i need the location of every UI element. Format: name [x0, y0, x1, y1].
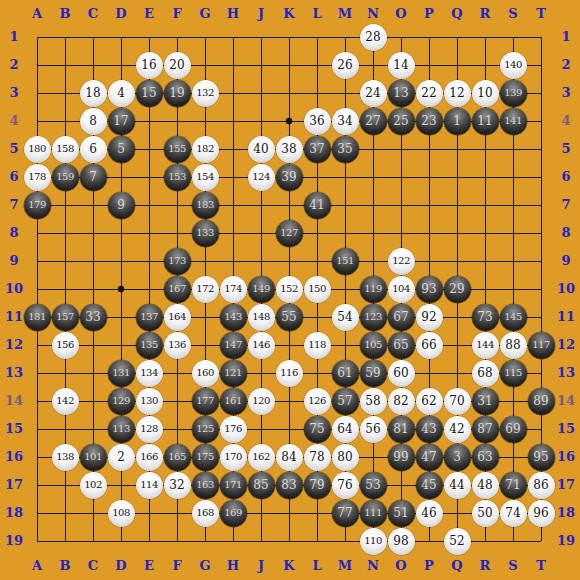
- stone-N13-black-59[interactable]: 59: [360, 360, 387, 387]
- stone-H11-black-143[interactable]: 143: [220, 304, 247, 331]
- row-label-right-1: 1: [555, 29, 577, 45]
- row-label-left-2: 2: [3, 57, 25, 73]
- stone-O11-black-67[interactable]: 67: [388, 304, 415, 331]
- stone-A6-white-178[interactable]: 178: [24, 164, 51, 191]
- stone-T12-black-117[interactable]: 117: [528, 332, 555, 359]
- stone-S4-black-141[interactable]: 141: [500, 108, 527, 135]
- stone-L7-black-41[interactable]: 41: [304, 192, 331, 219]
- stone-D5-black-5[interactable]: 5: [108, 136, 135, 163]
- stone-R14-black-31[interactable]: 31: [472, 388, 499, 415]
- stone-T14-black-89[interactable]: 89: [528, 388, 555, 415]
- row-label-right-6: 6: [555, 169, 577, 185]
- stone-D3-white-4[interactable]: 4: [108, 80, 135, 107]
- stone-K16-white-84[interactable]: 84: [276, 444, 303, 471]
- stone-B5-white-158[interactable]: 158: [52, 136, 79, 163]
- stone-F10-black-167[interactable]: 167: [164, 276, 191, 303]
- stone-P15-black-43[interactable]: 43: [416, 416, 443, 443]
- row-label-right-10: 10: [555, 281, 577, 297]
- stone-S13-black-115[interactable]: 115: [500, 360, 527, 387]
- stone-O13-white-60[interactable]: 60: [388, 360, 415, 387]
- stone-C3-white-18[interactable]: 18: [80, 80, 107, 107]
- stone-O14-white-82[interactable]: 82: [388, 388, 415, 415]
- col-label-top-E: E: [138, 6, 160, 22]
- stone-K17-black-83[interactable]: 83: [276, 472, 303, 499]
- stone-B6-black-159[interactable]: 159: [52, 164, 79, 191]
- stone-H10-white-174[interactable]: 174: [220, 276, 247, 303]
- row-label-right-4: 4: [555, 113, 577, 129]
- stone-L5-black-37[interactable]: 37: [304, 136, 331, 163]
- stone-L16-white-78[interactable]: 78: [304, 444, 331, 471]
- stone-J14-white-120[interactable]: 120: [248, 388, 275, 415]
- stone-M13-black-61[interactable]: 61: [332, 360, 359, 387]
- col-label-top-Q: Q: [446, 6, 468, 22]
- col-label-bottom-O: O: [390, 558, 412, 574]
- stone-R15-black-87[interactable]: 87: [472, 416, 499, 443]
- stone-S2-white-140[interactable]: 140: [500, 52, 527, 79]
- stone-N1-white-28[interactable]: 28: [360, 24, 387, 51]
- row-label-left-9: 9: [3, 253, 25, 269]
- stone-L14-white-126[interactable]: 126: [304, 388, 331, 415]
- stone-R12-white-144[interactable]: 144: [472, 332, 499, 359]
- stone-R16-black-63[interactable]: 63: [472, 444, 499, 471]
- stone-S11-black-145[interactable]: 145: [500, 304, 527, 331]
- stone-B16-white-138[interactable]: 138: [52, 444, 79, 471]
- stone-D15-black-113[interactable]: 113: [108, 416, 135, 443]
- row-label-right-3: 3: [555, 85, 577, 101]
- stone-N14-white-58[interactable]: 58: [360, 388, 387, 415]
- stone-D16-white-2[interactable]: 2: [108, 444, 135, 471]
- stone-Q19-white-52[interactable]: 52: [444, 528, 471, 555]
- stone-E13-white-134[interactable]: 134: [136, 360, 163, 387]
- stone-M5-black-35[interactable]: 35: [332, 136, 359, 163]
- col-label-top-G: G: [194, 6, 216, 22]
- stone-A5-white-180[interactable]: 180: [24, 136, 51, 163]
- stone-H16-white-170[interactable]: 170: [220, 444, 247, 471]
- stone-G17-black-163[interactable]: 163: [192, 472, 219, 499]
- stone-F9-black-173[interactable]: 173: [164, 248, 191, 275]
- col-label-bottom-L: L: [306, 558, 328, 574]
- row-label-left-6: 6: [3, 169, 25, 185]
- stone-N15-white-56[interactable]: 56: [360, 416, 387, 443]
- col-label-top-P: P: [418, 6, 440, 22]
- row-label-right-12: 12: [555, 337, 577, 353]
- stone-K5-white-38[interactable]: 38: [276, 136, 303, 163]
- col-label-bottom-C: C: [82, 558, 104, 574]
- stone-N4-black-27[interactable]: 27: [360, 108, 387, 135]
- stone-O18-black-51[interactable]: 51: [388, 500, 415, 527]
- stone-M11-white-54[interactable]: 54: [332, 304, 359, 331]
- stone-F16-black-165[interactable]: 165: [164, 444, 191, 471]
- stone-N19-white-110[interactable]: 110: [360, 528, 387, 555]
- stone-N11-black-123[interactable]: 123: [360, 304, 387, 331]
- stone-E15-white-128[interactable]: 128: [136, 416, 163, 443]
- stone-J5-white-40[interactable]: 40: [248, 136, 275, 163]
- row-label-left-15: 15: [3, 421, 25, 437]
- stone-D7-black-9[interactable]: 9: [108, 192, 135, 219]
- stone-P3-white-22[interactable]: 22: [416, 80, 443, 107]
- col-label-bottom-G: G: [194, 558, 216, 574]
- stone-J11-white-148[interactable]: 148: [248, 304, 275, 331]
- col-label-bottom-Q: Q: [446, 558, 468, 574]
- row-label-left-10: 10: [3, 281, 25, 297]
- stone-H15-white-176[interactable]: 176: [220, 416, 247, 443]
- stone-Q3-white-12[interactable]: 12: [444, 80, 471, 107]
- stone-F12-white-136[interactable]: 136: [164, 332, 191, 359]
- stone-O12-black-65[interactable]: 65: [388, 332, 415, 359]
- stone-P11-white-92[interactable]: 92: [416, 304, 443, 331]
- col-label-bottom-D: D: [110, 558, 132, 574]
- stone-J10-black-149[interactable]: 149: [248, 276, 275, 303]
- stone-O4-black-25[interactable]: 25: [388, 108, 415, 135]
- stone-Q15-white-42[interactable]: 42: [444, 416, 471, 443]
- stone-G13-white-160[interactable]: 160: [192, 360, 219, 387]
- stone-G5-white-182[interactable]: 182: [192, 136, 219, 163]
- stone-R3-white-10[interactable]: 10: [472, 80, 499, 107]
- stone-H13-black-121[interactable]: 121: [220, 360, 247, 387]
- stone-R17-white-48[interactable]: 48: [472, 472, 499, 499]
- stone-C17-white-102[interactable]: 102: [80, 472, 107, 499]
- row-label-right-13: 13: [555, 365, 577, 381]
- stone-C4-white-8[interactable]: 8: [80, 108, 107, 135]
- row-label-right-19: 19: [555, 533, 577, 549]
- stone-B11-black-157[interactable]: 157: [52, 304, 79, 331]
- col-label-bottom-S: S: [502, 558, 524, 574]
- stone-Q10-black-29[interactable]: 29: [444, 276, 471, 303]
- stone-R4-black-11[interactable]: 11: [472, 108, 499, 135]
- stone-L10-white-150[interactable]: 150: [304, 276, 331, 303]
- stone-S3-black-139[interactable]: 139: [500, 80, 527, 107]
- stone-F5-black-155[interactable]: 155: [164, 136, 191, 163]
- stone-Q14-white-70[interactable]: 70: [444, 388, 471, 415]
- stone-K10-white-152[interactable]: 152: [276, 276, 303, 303]
- col-label-top-K: K: [278, 6, 300, 22]
- col-label-top-D: D: [110, 6, 132, 22]
- col-label-bottom-J: J: [250, 558, 272, 574]
- go-board-diagram: 1234567891011121314151617181920222324252…: [0, 0, 580, 580]
- stone-D18-white-108[interactable]: 108: [108, 500, 135, 527]
- row-label-left-1: 1: [3, 29, 25, 45]
- stone-H12-black-147[interactable]: 147: [220, 332, 247, 359]
- stone-O15-black-81[interactable]: 81: [388, 416, 415, 443]
- stone-H18-black-169[interactable]: 169: [220, 500, 247, 527]
- stones-layer: 1234567891011121314151617181920222324252…: [23, 23, 555, 555]
- stone-S17-black-71[interactable]: 71: [500, 472, 527, 499]
- stone-M4-white-34[interactable]: 34: [332, 108, 359, 135]
- stone-B14-white-142[interactable]: 142: [52, 388, 79, 415]
- row-label-left-17: 17: [3, 477, 25, 493]
- col-label-bottom-A: A: [26, 558, 48, 574]
- stone-S18-white-74[interactable]: 74: [500, 500, 527, 527]
- stone-F11-white-164[interactable]: 164: [164, 304, 191, 331]
- row-label-right-14: 14: [555, 393, 577, 409]
- col-label-top-J: J: [250, 6, 272, 22]
- stone-G3-white-132[interactable]: 132: [192, 80, 219, 107]
- stone-E3-black-15[interactable]: 15: [136, 80, 163, 107]
- stone-G6-white-154[interactable]: 154: [192, 164, 219, 191]
- stone-M14-black-57[interactable]: 57: [332, 388, 359, 415]
- stone-G10-white-172[interactable]: 172: [192, 276, 219, 303]
- col-label-top-A: A: [26, 6, 48, 22]
- stone-A7-black-179[interactable]: 179: [24, 192, 51, 219]
- col-label-bottom-P: P: [418, 558, 440, 574]
- stone-M9-black-151[interactable]: 151: [332, 248, 359, 275]
- row-label-right-11: 11: [555, 309, 577, 325]
- stone-M17-white-76[interactable]: 76: [332, 472, 359, 499]
- stone-C6-black-7[interactable]: 7: [80, 164, 107, 191]
- stone-N10-black-119[interactable]: 119: [360, 276, 387, 303]
- col-label-top-S: S: [502, 6, 524, 22]
- col-label-bottom-E: E: [138, 558, 160, 574]
- stone-C11-black-33[interactable]: 33: [80, 304, 107, 331]
- row-label-left-16: 16: [3, 449, 25, 465]
- row-label-right-2: 2: [555, 57, 577, 73]
- col-label-top-M: M: [334, 6, 356, 22]
- stone-O3-black-13[interactable]: 13: [388, 80, 415, 107]
- stone-P16-black-47[interactable]: 47: [416, 444, 443, 471]
- stone-Q16-black-3[interactable]: 3: [444, 444, 471, 471]
- stone-B12-white-156[interactable]: 156: [52, 332, 79, 359]
- stone-J6-white-124[interactable]: 124: [248, 164, 275, 191]
- col-label-bottom-H: H: [222, 558, 244, 574]
- stone-E16-white-166[interactable]: 166: [136, 444, 163, 471]
- stone-Q17-white-44[interactable]: 44: [444, 472, 471, 499]
- col-label-bottom-R: R: [474, 558, 496, 574]
- stone-N12-black-105[interactable]: 105: [360, 332, 387, 359]
- col-label-top-F: F: [166, 6, 188, 22]
- row-label-right-18: 18: [555, 505, 577, 521]
- stone-R18-white-50[interactable]: 50: [472, 500, 499, 527]
- stone-L12-white-118[interactable]: 118: [304, 332, 331, 359]
- stone-D13-black-131[interactable]: 131: [108, 360, 135, 387]
- stone-O2-white-14[interactable]: 14: [388, 52, 415, 79]
- stone-J16-white-162[interactable]: 162: [248, 444, 275, 471]
- row-label-right-16: 16: [555, 449, 577, 465]
- stone-A11-black-181[interactable]: 181: [24, 304, 51, 331]
- stone-K11-black-55[interactable]: 55: [276, 304, 303, 331]
- col-label-top-C: C: [82, 6, 104, 22]
- stone-G16-black-175[interactable]: 175: [192, 444, 219, 471]
- stone-P18-white-46[interactable]: 46: [416, 500, 443, 527]
- stone-N3-white-24[interactable]: 24: [360, 80, 387, 107]
- stone-O9-white-122[interactable]: 122: [388, 248, 415, 275]
- stone-M18-black-77[interactable]: 77: [332, 500, 359, 527]
- row-label-left-14: 14: [3, 393, 25, 409]
- row-label-right-9: 9: [555, 253, 577, 269]
- stone-O19-white-98[interactable]: 98: [388, 528, 415, 555]
- row-label-right-8: 8: [555, 225, 577, 241]
- stone-T18-white-96[interactable]: 96: [528, 500, 555, 527]
- stone-G14-black-177[interactable]: 177: [192, 388, 219, 415]
- stone-F6-black-153[interactable]: 153: [164, 164, 191, 191]
- stone-F3-black-19[interactable]: 19: [164, 80, 191, 107]
- col-label-bottom-K: K: [278, 558, 300, 574]
- col-label-top-T: T: [530, 6, 552, 22]
- stone-E2-white-16[interactable]: 16: [136, 52, 163, 79]
- row-label-left-4: 4: [3, 113, 25, 129]
- row-label-left-8: 8: [3, 225, 25, 241]
- col-label-bottom-M: M: [334, 558, 356, 574]
- stone-D4-black-17[interactable]: 17: [108, 108, 135, 135]
- stone-M2-white-26[interactable]: 26: [332, 52, 359, 79]
- stone-C16-black-101[interactable]: 101: [80, 444, 107, 471]
- stone-E12-black-135[interactable]: 135: [136, 332, 163, 359]
- stone-E11-black-137[interactable]: 137: [136, 304, 163, 331]
- stone-E17-white-114[interactable]: 114: [136, 472, 163, 499]
- stone-R13-white-68[interactable]: 68: [472, 360, 499, 387]
- stone-P10-black-93[interactable]: 93: [416, 276, 443, 303]
- col-label-bottom-N: N: [362, 558, 384, 574]
- stone-F2-white-20[interactable]: 20: [164, 52, 191, 79]
- row-label-left-7: 7: [3, 197, 25, 213]
- stone-T16-black-95[interactable]: 95: [528, 444, 555, 471]
- row-label-right-15: 15: [555, 421, 577, 437]
- row-label-left-11: 11: [3, 309, 25, 325]
- stone-L17-black-79[interactable]: 79: [304, 472, 331, 499]
- stone-N17-black-53[interactable]: 53: [360, 472, 387, 499]
- row-label-left-12: 12: [3, 337, 25, 353]
- stone-G15-black-125[interactable]: 125: [192, 416, 219, 443]
- col-label-top-N: N: [362, 6, 384, 22]
- stone-O16-black-99[interactable]: 99: [388, 444, 415, 471]
- col-label-top-H: H: [222, 6, 244, 22]
- stone-S12-white-88[interactable]: 88: [500, 332, 527, 359]
- row-label-left-3: 3: [3, 85, 25, 101]
- stone-S15-black-69[interactable]: 69: [500, 416, 527, 443]
- row-label-right-5: 5: [555, 141, 577, 157]
- stone-P12-white-66[interactable]: 66: [416, 332, 443, 359]
- stone-M15-white-64[interactable]: 64: [332, 416, 359, 443]
- stone-E14-white-130[interactable]: 130: [136, 388, 163, 415]
- stone-L4-white-36[interactable]: 36: [304, 108, 331, 135]
- stone-K6-black-39[interactable]: 39: [276, 164, 303, 191]
- row-label-left-13: 13: [3, 365, 25, 381]
- stone-Q4-black-1[interactable]: 1: [444, 108, 471, 135]
- row-label-left-5: 5: [3, 141, 25, 157]
- col-label-top-L: L: [306, 6, 328, 22]
- stone-H14-black-161[interactable]: 161: [220, 388, 247, 415]
- col-label-bottom-B: B: [54, 558, 76, 574]
- stone-P4-black-23[interactable]: 23: [416, 108, 443, 135]
- col-label-top-O: O: [390, 6, 412, 22]
- col-label-bottom-T: T: [530, 558, 552, 574]
- row-label-left-19: 19: [3, 533, 25, 549]
- stone-G8-black-133[interactable]: 133: [192, 220, 219, 247]
- stone-J17-black-85[interactable]: 85: [248, 472, 275, 499]
- stone-G7-black-183[interactable]: 183: [192, 192, 219, 219]
- stone-O10-white-104[interactable]: 104: [388, 276, 415, 303]
- col-label-bottom-F: F: [166, 558, 188, 574]
- row-label-right-17: 17: [555, 477, 577, 493]
- col-label-top-R: R: [474, 6, 496, 22]
- stone-G18-white-168[interactable]: 168: [192, 500, 219, 527]
- stone-T17-white-86[interactable]: 86: [528, 472, 555, 499]
- row-label-left-18: 18: [3, 505, 25, 521]
- stone-F17-white-32[interactable]: 32: [164, 472, 191, 499]
- stone-D14-black-129[interactable]: 129: [108, 388, 135, 415]
- stone-H17-black-171[interactable]: 171: [220, 472, 247, 499]
- stone-M16-white-80[interactable]: 80: [332, 444, 359, 471]
- stone-K8-black-127[interactable]: 127: [276, 220, 303, 247]
- stone-J12-white-146[interactable]: 146: [248, 332, 275, 359]
- stone-C5-white-6[interactable]: 6: [80, 136, 107, 163]
- stone-R11-black-73[interactable]: 73: [472, 304, 499, 331]
- stone-N18-black-111[interactable]: 111: [360, 500, 387, 527]
- stone-K13-white-116[interactable]: 116: [276, 360, 303, 387]
- stone-L15-black-75[interactable]: 75: [304, 416, 331, 443]
- stone-P14-white-62[interactable]: 62: [416, 388, 443, 415]
- stone-P17-black-45[interactable]: 45: [416, 472, 443, 499]
- row-label-right-7: 7: [555, 197, 577, 213]
- col-label-top-B: B: [54, 6, 76, 22]
